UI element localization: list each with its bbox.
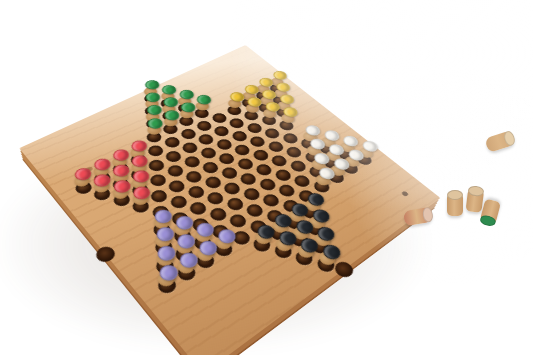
board-hole — [284, 145, 304, 160]
board-hole — [204, 190, 226, 207]
photo-scene — [0, 0, 533, 355]
board-hole — [247, 134, 267, 148]
board-hole — [272, 167, 293, 183]
board-hole — [166, 178, 188, 194]
board-hole — [206, 206, 228, 224]
loose-peg-natural-lying — [484, 130, 515, 153]
loose-peg-natural-standing-1 — [447, 190, 463, 216]
board-hole — [214, 137, 234, 151]
board-hole — [216, 151, 237, 166]
board-hole — [164, 163, 185, 179]
board-hole — [148, 188, 170, 205]
board-hole — [226, 212, 248, 230]
board-hole — [287, 159, 308, 174]
board-hole — [196, 132, 216, 146]
board-hole — [227, 116, 247, 129]
board-hole — [202, 174, 223, 190]
board-hole — [185, 184, 207, 201]
board-hole — [218, 165, 239, 181]
board-hole — [260, 192, 282, 209]
board-hole — [224, 196, 246, 213]
board-hole — [262, 126, 282, 140]
board-hole — [253, 162, 274, 177]
board-hole — [187, 200, 209, 217]
board-hole — [240, 186, 262, 203]
board-hole — [244, 121, 264, 135]
board-hole — [291, 173, 312, 189]
loose-peg-end — [447, 190, 463, 200]
board-hole — [276, 182, 297, 198]
chinese-checkers-board-top — [19, 45, 440, 355]
board-scene — [79, 23, 379, 323]
board-hole — [178, 127, 198, 141]
board-hole — [209, 111, 228, 124]
board-hole — [183, 169, 204, 185]
board-hole — [265, 139, 285, 153]
board-hole — [147, 172, 168, 188]
board-hole — [221, 180, 243, 196]
board-hole — [167, 193, 189, 210]
board-hole — [235, 156, 256, 171]
board-hole — [280, 131, 300, 145]
board-hole — [162, 135, 182, 149]
board-hole — [269, 153, 290, 168]
board-hole — [229, 129, 249, 143]
board-hole — [237, 171, 258, 187]
board-hole — [194, 119, 214, 133]
board-hole — [250, 148, 270, 163]
board-hole — [198, 146, 219, 161]
board-hole — [256, 177, 277, 193]
corner-hole — [401, 191, 409, 197]
board-hole — [211, 124, 231, 138]
board-hole — [181, 154, 202, 169]
board-hole — [163, 149, 184, 164]
board-hole — [200, 160, 221, 175]
chinese-checkers-board — [19, 45, 440, 355]
board-hole — [180, 140, 200, 155]
board-hole — [146, 158, 167, 173]
board-hole — [232, 143, 252, 158]
board-hole — [145, 143, 166, 158]
board-hole — [243, 202, 265, 219]
